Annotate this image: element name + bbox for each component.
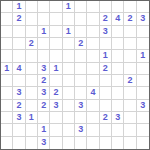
cell-r4c12[interactable] <box>137 38 149 50</box>
clue-cell-r2c10: 4 <box>112 13 124 25</box>
cell-r5c7[interactable] <box>75 50 87 62</box>
cell-r10c11[interactable] <box>124 112 136 124</box>
cell-r7c8[interactable] <box>87 75 99 87</box>
clue-cell-r10c9: 2 <box>100 112 112 124</box>
cell-r8c7[interactable] <box>75 87 87 99</box>
cell-r10c12[interactable] <box>137 112 149 124</box>
clue-cell-r2c11: 2 <box>124 13 136 25</box>
cell-r11c3[interactable] <box>26 124 38 136</box>
cell-r11c1[interactable] <box>1 124 13 136</box>
clue-cell-r10c3: 1 <box>26 112 38 124</box>
cell-r10c8[interactable] <box>87 112 99 124</box>
clue-cell-r7c11: 2 <box>124 75 136 87</box>
cell-r11c2[interactable] <box>13 124 25 136</box>
cell-r6c6[interactable] <box>63 63 75 75</box>
puzzle-board: 1122423113221114312223324223333123133 <box>0 0 150 150</box>
cell-r1c7[interactable] <box>75 1 87 13</box>
cell-r1c11[interactable] <box>124 1 136 13</box>
clue-cell-r6c5: 1 <box>50 63 62 75</box>
cell-r10c4[interactable] <box>38 112 50 124</box>
cell-r9c6[interactable] <box>63 100 75 112</box>
cell-r8c1[interactable] <box>1 87 13 99</box>
clue-cell-r1c2: 1 <box>13 1 25 13</box>
cell-r3c8[interactable] <box>87 26 99 38</box>
cell-r8c6[interactable] <box>63 87 75 99</box>
cell-r11c6[interactable] <box>63 124 75 136</box>
cell-r4c5[interactable] <box>50 38 62 50</box>
cell-r2c7[interactable] <box>75 13 87 25</box>
cell-r12c10[interactable] <box>112 137 124 149</box>
cell-r2c5[interactable] <box>50 13 62 25</box>
cell-r12c7[interactable] <box>75 137 87 149</box>
cell-r7c9[interactable] <box>100 75 112 87</box>
cell-r2c6[interactable] <box>63 13 75 25</box>
clue-cell-r3c6: 1 <box>63 26 75 38</box>
cell-r9c8[interactable] <box>87 100 99 112</box>
cell-r3c3[interactable] <box>26 26 38 38</box>
cell-r4c8[interactable] <box>87 38 99 50</box>
clue-cell-r9c2: 2 <box>13 100 25 112</box>
cell-r9c9[interactable] <box>100 100 112 112</box>
clue-cell-r10c2: 3 <box>13 112 25 124</box>
cell-r9c11[interactable] <box>124 100 136 112</box>
clue-cell-r11c7: 3 <box>75 124 87 136</box>
cell-r8c11[interactable] <box>124 87 136 99</box>
cell-r11c12[interactable] <box>137 124 149 136</box>
clue-cell-r11c4: 1 <box>38 124 50 136</box>
cell-r11c11[interactable] <box>124 124 136 136</box>
cell-r12c11[interactable] <box>124 137 136 149</box>
cell-r5c10[interactable] <box>112 50 124 62</box>
cell-r7c1[interactable] <box>1 75 13 87</box>
cell-r6c3[interactable] <box>26 63 38 75</box>
cell-r4c6[interactable] <box>63 38 75 50</box>
cell-r2c4[interactable] <box>38 13 50 25</box>
cell-r12c5[interactable] <box>50 137 62 149</box>
cell-r8c9[interactable] <box>100 87 112 99</box>
cell-r4c4[interactable] <box>38 38 50 50</box>
cell-r4c10[interactable] <box>112 38 124 50</box>
cell-r7c2[interactable] <box>13 75 25 87</box>
cell-r12c1[interactable] <box>1 137 13 149</box>
cell-r3c5[interactable] <box>50 26 62 38</box>
cell-r2c3[interactable] <box>26 13 38 25</box>
cell-r7c12[interactable] <box>137 75 149 87</box>
cell-r5c6[interactable] <box>63 50 75 62</box>
cell-r11c9[interactable] <box>100 124 112 136</box>
cell-r1c5[interactable] <box>50 1 62 13</box>
cell-r5c11[interactable] <box>124 50 136 62</box>
clue-cell-r8c2: 3 <box>13 87 25 99</box>
cell-r10c6[interactable] <box>63 112 75 124</box>
cell-r11c8[interactable] <box>87 124 99 136</box>
cell-r12c9[interactable] <box>100 137 112 149</box>
clue-cell-r2c9: 2 <box>100 13 112 25</box>
cell-r9c10[interactable] <box>112 100 124 112</box>
cell-r6c7[interactable] <box>75 63 87 75</box>
cell-r4c9[interactable] <box>100 38 112 50</box>
cell-r5c1[interactable] <box>1 50 13 62</box>
clue-cell-r9c5: 3 <box>50 100 62 112</box>
cell-r1c8[interactable] <box>87 1 99 13</box>
clue-cell-r5c12: 1 <box>137 50 149 62</box>
cell-r11c5[interactable] <box>50 124 62 136</box>
cell-r7c10[interactable] <box>112 75 124 87</box>
cell-r3c2[interactable] <box>13 26 25 38</box>
cell-r5c4[interactable] <box>38 50 50 62</box>
clue-cell-r12c4: 3 <box>38 137 50 149</box>
cell-r5c3[interactable] <box>26 50 38 62</box>
cell-r5c2[interactable] <box>13 50 25 62</box>
cell-r6c10[interactable] <box>112 63 124 75</box>
cell-r12c3[interactable] <box>26 137 38 149</box>
cell-r9c1[interactable] <box>1 100 13 112</box>
cell-r7c5[interactable] <box>50 75 62 87</box>
clue-cell-r3c9: 3 <box>100 26 112 38</box>
cell-r2c1[interactable] <box>1 13 13 25</box>
cell-r10c1[interactable] <box>1 112 13 124</box>
clue-cell-r9c12: 3 <box>137 100 149 112</box>
cell-r8c3[interactable] <box>26 87 38 99</box>
cell-r12c8[interactable] <box>87 137 99 149</box>
cell-r1c3[interactable] <box>26 1 38 13</box>
clue-cell-r5c9: 1 <box>100 50 112 62</box>
cell-r7c7[interactable] <box>75 75 87 87</box>
cell-r3c10[interactable] <box>112 26 124 38</box>
cell-r4c2[interactable] <box>13 38 25 50</box>
cell-r5c8[interactable] <box>87 50 99 62</box>
clue-cell-r6c1: 1 <box>1 63 13 75</box>
cell-r3c7[interactable] <box>75 26 87 38</box>
clue-cell-r3c4: 1 <box>38 26 50 38</box>
cell-r3c1[interactable] <box>1 26 13 38</box>
cell-r1c4[interactable] <box>38 1 50 13</box>
clue-cell-r4c3: 2 <box>26 38 38 50</box>
cell-r6c12[interactable] <box>137 63 149 75</box>
cell-r12c12[interactable] <box>137 137 149 149</box>
cell-r5c5[interactable] <box>50 50 62 62</box>
clue-cell-r8c4: 3 <box>38 87 50 99</box>
cell-r6c11[interactable] <box>124 63 136 75</box>
cell-r1c1[interactable] <box>1 1 13 13</box>
clue-cell-r2c2: 2 <box>13 13 25 25</box>
cell-r1c9[interactable] <box>100 1 112 13</box>
clue-cell-r9c4: 2 <box>38 100 50 112</box>
clue-cell-r6c9: 2 <box>100 63 112 75</box>
cell-r6c8[interactable] <box>87 63 99 75</box>
cell-r11c10[interactable] <box>112 124 124 136</box>
cell-r9c3[interactable] <box>26 100 38 112</box>
cell-r2c8[interactable] <box>87 13 99 25</box>
cell-r3c12[interactable] <box>137 26 149 38</box>
cell-r10c7[interactable] <box>75 112 87 124</box>
cell-r4c11[interactable] <box>124 38 136 50</box>
cell-r8c12[interactable] <box>137 87 149 99</box>
cell-r10c5[interactable] <box>50 112 62 124</box>
clue-cell-r8c5: 2 <box>50 87 62 99</box>
cell-r4c1[interactable] <box>1 38 13 50</box>
clue-cell-r10c10: 3 <box>112 112 124 124</box>
cell-r12c2[interactable] <box>13 137 25 149</box>
clue-cell-r6c2: 4 <box>13 63 25 75</box>
clue-cell-r6c4: 3 <box>38 63 50 75</box>
clue-cell-r4c7: 2 <box>75 38 87 50</box>
cell-r1c12[interactable] <box>137 1 149 13</box>
cell-r12c6[interactable] <box>63 137 75 149</box>
cell-r7c6[interactable] <box>63 75 75 87</box>
cell-r7c3[interactable] <box>26 75 38 87</box>
cell-r1c10[interactable] <box>112 1 124 13</box>
clue-cell-r9c7: 3 <box>75 100 87 112</box>
clue-cell-r2c12: 3 <box>137 13 149 25</box>
cell-r3c11[interactable] <box>124 26 136 38</box>
clue-cell-r7c4: 2 <box>38 75 50 87</box>
clue-cell-r8c8: 4 <box>87 87 99 99</box>
cell-r8c10[interactable] <box>112 87 124 99</box>
clue-cell-r1c6: 1 <box>63 1 75 13</box>
